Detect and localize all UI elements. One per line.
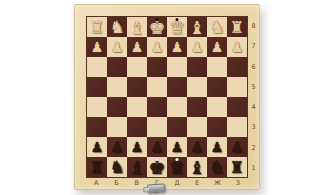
square-r7c7: ♟: [207, 137, 227, 157]
square-r1c8: ♜: [227, 17, 247, 37]
rank-label: 1: [249, 158, 258, 178]
piece-wP: ♟: [107, 37, 127, 57]
square-r4c4: [147, 77, 167, 97]
piece-wQ: ♛: [167, 17, 187, 37]
piece-wN: ♞: [107, 17, 127, 37]
piece-wP: ♟: [147, 37, 167, 57]
rank-label: 5: [249, 77, 258, 97]
square-r7c2: ♟: [107, 137, 127, 157]
square-r3c6: [187, 57, 207, 77]
piece-bN: ♞: [207, 157, 227, 177]
piece-wP: ♟: [87, 37, 107, 57]
square-r6c1: [87, 117, 107, 137]
metal-clasp-icon: [146, 183, 165, 193]
square-r4c3: [127, 77, 147, 97]
square-r4c8: [227, 77, 247, 97]
square-r1c3: ♝: [127, 17, 147, 37]
square-r4c6: [187, 77, 207, 97]
square-r3c1: [87, 57, 107, 77]
piece-bP: ♟: [147, 137, 167, 157]
piece-wP: ♟: [207, 37, 227, 57]
file-label: А: [86, 179, 106, 188]
piece-wP: ♟: [227, 37, 247, 57]
square-r4c5: [167, 77, 187, 97]
square-r6c8: [227, 117, 247, 137]
piece-bR: ♜: [87, 157, 107, 177]
piece-wP: ♟: [127, 37, 147, 57]
piece-wK: ♚: [147, 17, 167, 37]
piece-bP: ♟: [127, 137, 147, 157]
piece-bP: ♟: [207, 137, 227, 157]
piece-wR: ♜: [87, 17, 107, 37]
square-r8c2: ♞: [107, 157, 127, 177]
square-r6c2: [107, 117, 127, 137]
rank-label: 3: [249, 117, 258, 137]
square-r1c4: ♚: [147, 17, 167, 37]
rank-label: 7: [249, 36, 258, 56]
square-r6c4: [147, 117, 167, 137]
file-label: Б: [106, 179, 126, 188]
file-labels: АБВГДЕЖЗ: [86, 179, 248, 188]
square-r2c3: ♟: [127, 37, 147, 57]
square-r7c8: ♟: [227, 137, 247, 157]
square-r8c5: ♛: [167, 157, 187, 177]
square-r8c4: ♚: [147, 157, 167, 177]
board-playing-area: ♜♞♝♚♛♝♞♜♟♟♟♟♟♟♟♟♟♟♟♟♟♟♟♟♜♞♝♚♛♝♞♜: [86, 16, 248, 178]
square-r3c2: [107, 57, 127, 77]
square-r7c6: ♟: [187, 137, 207, 157]
square-r7c5: ♟: [167, 137, 187, 157]
piece-wR: ♜: [227, 17, 247, 37]
piece-bK: ♚: [147, 157, 167, 177]
square-r2c1: ♟: [87, 37, 107, 57]
square-r2c7: ♟: [207, 37, 227, 57]
piece-wP: ♟: [187, 37, 207, 57]
square-r7c3: ♟: [127, 137, 147, 157]
piece-bQ: ♛: [167, 157, 187, 177]
square-r3c4: [147, 57, 167, 77]
rank-label: 8: [249, 16, 258, 36]
file-label: Ж: [208, 179, 228, 188]
piece-wP: ♟: [167, 37, 187, 57]
square-r5c1: [87, 97, 107, 117]
square-r4c7: [207, 77, 227, 97]
piece-bB: ♝: [127, 157, 147, 177]
piece-bP: ♟: [227, 137, 247, 157]
chess-board: ♜♞♝♚♛♝♞♜♟♟♟♟♟♟♟♟♟♟♟♟♟♟♟♟♜♞♝♚♛♝♞♜: [87, 17, 247, 177]
square-r1c7: ♞: [207, 17, 227, 37]
square-r5c7: [207, 97, 227, 117]
piece-wN: ♞: [207, 17, 227, 37]
square-r8c6: ♝: [187, 157, 207, 177]
chess-board-box: ♜♞♝♚♛♝♞♜♟♟♟♟♟♟♟♟♟♟♟♟♟♟♟♟♜♞♝♚♛♝♞♜ АБВГДЕЖ…: [74, 4, 260, 190]
square-r7c4: ♟: [147, 137, 167, 157]
square-r8c1: ♜: [87, 157, 107, 177]
square-r2c5: ♟: [167, 37, 187, 57]
product-photo: ♜♞♝♚♛♝♞♜♟♟♟♟♟♟♟♟♟♟♟♟♟♟♟♟♜♞♝♚♛♝♞♜ АБВГДЕЖ…: [0, 0, 332, 195]
square-r3c8: [227, 57, 247, 77]
square-r6c5: [167, 117, 187, 137]
square-r1c1: ♜: [87, 17, 107, 37]
square-r5c8: [227, 97, 247, 117]
square-r3c3: [127, 57, 147, 77]
piece-bP: ♟: [187, 137, 207, 157]
square-r6c3: [127, 117, 147, 137]
piece-bP: ♟: [87, 137, 107, 157]
square-r8c3: ♝: [127, 157, 147, 177]
square-r8c8: ♜: [227, 157, 247, 177]
square-r3c5: [167, 57, 187, 77]
square-r1c2: ♞: [107, 17, 127, 37]
square-r5c2: [107, 97, 127, 117]
square-r5c5: [167, 97, 187, 117]
square-r4c2: [107, 77, 127, 97]
square-r2c4: ♟: [147, 37, 167, 57]
file-label: Д: [167, 179, 187, 188]
square-r8c7: ♞: [207, 157, 227, 177]
square-r5c4: [147, 97, 167, 117]
piece-wB: ♝: [127, 17, 147, 37]
rank-label: 4: [249, 97, 258, 117]
file-label: З: [228, 179, 248, 188]
piece-bP: ♟: [107, 137, 127, 157]
piece-bB: ♝: [187, 157, 207, 177]
rank-label: 6: [249, 57, 258, 77]
square-r6c6: [187, 117, 207, 137]
square-r5c3: [127, 97, 147, 117]
piece-bN: ♞: [107, 157, 127, 177]
square-r7c1: ♟: [87, 137, 107, 157]
square-r1c6: ♝: [187, 17, 207, 37]
square-r2c2: ♟: [107, 37, 127, 57]
rank-label: 2: [249, 138, 258, 158]
piece-wB: ♝: [187, 17, 207, 37]
piece-bP: ♟: [167, 137, 187, 157]
square-r4c1: [87, 77, 107, 97]
square-r3c7: [207, 57, 227, 77]
file-label: Е: [187, 179, 207, 188]
square-r2c8: ♟: [227, 37, 247, 57]
piece-bR: ♜: [227, 157, 247, 177]
rank-labels: 87654321: [249, 16, 258, 178]
square-r1c5: ♛: [167, 17, 187, 37]
square-r6c7: [207, 117, 227, 137]
square-r5c6: [187, 97, 207, 117]
square-r2c6: ♟: [187, 37, 207, 57]
